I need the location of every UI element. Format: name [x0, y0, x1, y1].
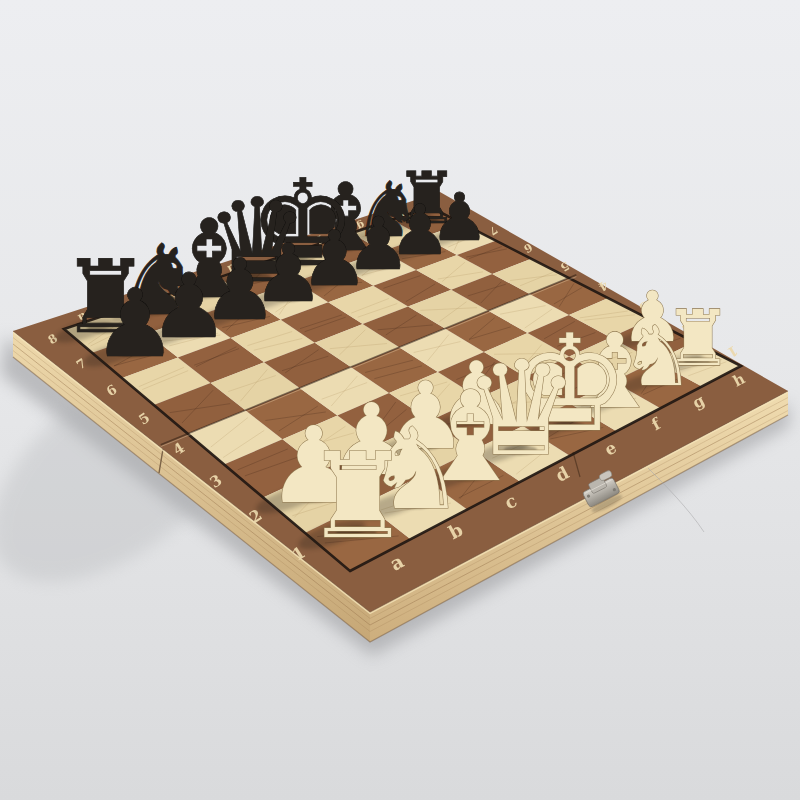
chessboard-scene: abcdefghabcdefgh1234567812345678 ♜♞♟♝♟♚♟…	[0, 0, 800, 800]
svg-text:♜: ♜	[305, 427, 411, 565]
piece-white-rook-a1: ♜	[295, 427, 410, 565]
chess-set-photo: abcdefghabcdefgh1234567812345678 ♜♞♟♝♟♚♟…	[0, 0, 800, 800]
piece-black-pawn-a7: ♟	[81, 268, 177, 378]
svg-text:♟: ♟	[93, 268, 178, 378]
